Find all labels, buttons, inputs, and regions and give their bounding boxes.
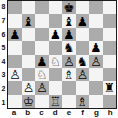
square-c5[interactable] [35, 41, 49, 54]
rank-label-3: 3 [0, 68, 7, 82]
square-g5[interactable]: ♟ [89, 41, 103, 54]
rank-label-5: 5 [0, 41, 7, 55]
file-labels: abcdefgh [7, 109, 117, 118]
black-pawn-piece: ♟ [63, 28, 74, 41]
square-b2[interactable]: ♙ [22, 81, 36, 94]
white-pawn-piece: ♙ [36, 81, 47, 94]
white-rook-piece: ♖ [50, 95, 61, 108]
square-e7[interactable]: ♝ [62, 14, 76, 27]
square-h7[interactable] [103, 14, 117, 27]
black-bishop-piece: ♝ [23, 15, 34, 28]
file-label-g: g [90, 109, 104, 118]
square-e5[interactable]: ♞ [62, 41, 76, 54]
square-d8[interactable] [49, 1, 63, 14]
black-pawn-piece: ♟ [90, 41, 101, 54]
square-h1[interactable] [103, 95, 117, 108]
square-d1[interactable]: ♖ [49, 95, 63, 108]
rank-label-2: 2 [0, 82, 7, 96]
white-pawn-piece: ♙ [77, 68, 88, 81]
square-d3[interactable] [49, 68, 63, 81]
square-f8[interactable] [76, 1, 90, 14]
square-c1[interactable] [35, 95, 49, 108]
black-pawn-piece: ♟ [9, 28, 20, 41]
square-a7[interactable] [8, 14, 22, 27]
square-b4[interactable] [22, 55, 36, 68]
square-a1[interactable] [8, 95, 22, 108]
square-b7[interactable]: ♝ [22, 14, 36, 27]
white-pawn-piece: ♙ [63, 55, 74, 68]
square-g7[interactable] [89, 14, 103, 27]
black-bishop-piece: ♝ [63, 15, 74, 28]
rank-label-7: 7 [0, 14, 7, 28]
chess-board: ♚♝♝♟♟♟♟♞♟♟♘♙♞♙♙♘♗♙♙♙♜♔♖♗ [7, 0, 117, 109]
square-c3[interactable]: ♘ [35, 68, 49, 81]
file-label-a: a [7, 109, 21, 118]
square-c2[interactable]: ♙ [35, 81, 49, 94]
file-label-d: d [48, 109, 62, 118]
square-c7[interactable] [35, 14, 49, 27]
square-f4[interactable]: ♞ [76, 55, 90, 68]
square-d5[interactable] [49, 41, 63, 54]
file-label-h: h [103, 109, 117, 118]
square-f1[interactable]: ♗ [76, 95, 90, 108]
square-b8[interactable] [22, 1, 36, 14]
white-knight-piece: ♘ [50, 55, 61, 68]
square-b5[interactable] [22, 41, 36, 54]
square-c4[interactable]: ♟ [35, 55, 49, 68]
square-f2[interactable] [76, 81, 90, 94]
white-bishop-piece: ♗ [77, 95, 88, 108]
black-king-piece: ♚ [63, 1, 74, 14]
square-g4[interactable]: ♙ [89, 55, 103, 68]
square-e4[interactable]: ♙ [62, 55, 76, 68]
square-h8[interactable] [103, 1, 117, 14]
square-f3[interactable]: ♙ [76, 68, 90, 81]
square-g8[interactable] [89, 1, 103, 14]
square-h2[interactable]: ♜ [103, 81, 117, 94]
square-e8[interactable]: ♚ [62, 1, 76, 14]
square-f6[interactable] [76, 28, 90, 41]
square-b1[interactable]: ♔ [22, 95, 36, 108]
square-a6[interactable]: ♟ [8, 28, 22, 41]
square-h5[interactable] [103, 41, 117, 54]
square-d6[interactable]: ♟ [49, 28, 63, 41]
white-bishop-piece: ♗ [63, 68, 74, 81]
square-g2[interactable] [89, 81, 103, 94]
rank-label-4: 4 [0, 55, 7, 69]
square-e1[interactable] [62, 95, 76, 108]
square-a3[interactable]: ♙ [8, 68, 22, 81]
square-h6[interactable] [103, 28, 117, 41]
black-knight-piece: ♞ [63, 41, 74, 54]
file-label-f: f [76, 109, 90, 118]
rank-labels: 87654321 [0, 0, 7, 109]
rank-label-8: 8 [0, 0, 7, 14]
square-f7[interactable]: ♟ [76, 14, 90, 27]
white-knight-piece: ♘ [36, 68, 47, 81]
square-a8[interactable] [8, 1, 22, 14]
square-d2[interactable] [49, 81, 63, 94]
white-pawn-piece: ♙ [90, 55, 101, 68]
chess-diagram: 87654321 ♚♝♝♟♟♟♟♞♟♟♘♙♞♙♙♘♗♙♙♙♜♔♖♗ abcdef… [0, 0, 118, 118]
square-e2[interactable] [62, 81, 76, 94]
square-f5[interactable] [76, 41, 90, 54]
black-pawn-piece: ♟ [50, 28, 61, 41]
white-pawn-piece: ♙ [9, 68, 20, 81]
white-king-piece: ♔ [23, 95, 34, 108]
square-h4[interactable] [103, 55, 117, 68]
square-h3[interactable] [103, 68, 117, 81]
square-a5[interactable] [8, 41, 22, 54]
rank-label-6: 6 [0, 27, 7, 41]
square-c6[interactable] [35, 28, 49, 41]
square-a4[interactable] [8, 55, 22, 68]
black-knight-piece: ♞ [77, 55, 88, 68]
square-g1[interactable] [89, 95, 103, 108]
black-pawn-piece: ♟ [77, 15, 88, 28]
file-label-e: e [62, 109, 76, 118]
white-pawn-piece: ♙ [23, 81, 34, 94]
square-b6[interactable] [22, 28, 36, 41]
square-b3[interactable] [22, 68, 36, 81]
square-g6[interactable] [89, 28, 103, 41]
square-e6[interactable]: ♟ [62, 28, 76, 41]
square-d7[interactable] [49, 14, 63, 27]
square-d4[interactable]: ♘ [49, 55, 63, 68]
file-label-b: b [21, 109, 35, 118]
file-label-c: c [35, 109, 49, 118]
square-a2[interactable] [8, 81, 22, 94]
square-c8[interactable] [35, 1, 49, 14]
rank-label-1: 1 [0, 95, 7, 109]
black-rook-piece: ♜ [104, 81, 115, 94]
square-g3[interactable] [89, 68, 103, 81]
square-e3[interactable]: ♗ [62, 68, 76, 81]
black-pawn-piece: ♟ [36, 55, 47, 68]
